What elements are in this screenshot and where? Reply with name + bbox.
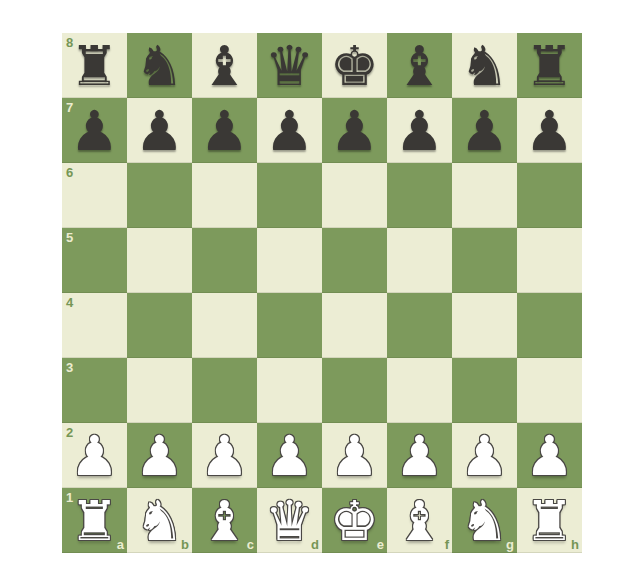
white-king[interactable]: ♚ bbox=[322, 488, 387, 553]
white-rook[interactable]: ♜ bbox=[62, 488, 127, 553]
rank-label-4: 4 bbox=[66, 295, 73, 310]
square-g6[interactable] bbox=[452, 163, 517, 228]
square-b3[interactable] bbox=[127, 358, 192, 423]
square-e5[interactable] bbox=[322, 228, 387, 293]
square-b4[interactable] bbox=[127, 293, 192, 358]
square-e4[interactable] bbox=[322, 293, 387, 358]
square-f7[interactable]: ♟ bbox=[387, 98, 452, 163]
square-e3[interactable] bbox=[322, 358, 387, 423]
square-b7[interactable]: ♟ bbox=[127, 98, 192, 163]
black-knight[interactable]: ♞ bbox=[452, 33, 517, 98]
black-pawn[interactable]: ♟ bbox=[322, 98, 387, 163]
square-h2[interactable]: ♟ bbox=[517, 423, 582, 488]
white-knight[interactable]: ♞ bbox=[452, 488, 517, 553]
square-g3[interactable] bbox=[452, 358, 517, 423]
white-pawn[interactable]: ♟ bbox=[62, 423, 127, 488]
square-h5[interactable] bbox=[517, 228, 582, 293]
square-e8[interactable]: ♚ bbox=[322, 33, 387, 98]
rank-label-5: 5 bbox=[66, 230, 73, 245]
square-b2[interactable]: ♟ bbox=[127, 423, 192, 488]
square-g5[interactable] bbox=[452, 228, 517, 293]
square-h4[interactable] bbox=[517, 293, 582, 358]
black-queen[interactable]: ♛ bbox=[257, 33, 322, 98]
square-h3[interactable] bbox=[517, 358, 582, 423]
square-f2[interactable]: ♟ bbox=[387, 423, 452, 488]
square-d3[interactable] bbox=[257, 358, 322, 423]
black-rook[interactable]: ♜ bbox=[62, 33, 127, 98]
white-pawn[interactable]: ♟ bbox=[127, 423, 192, 488]
square-h1[interactable]: h♜ bbox=[517, 488, 582, 553]
black-pawn[interactable]: ♟ bbox=[517, 98, 582, 163]
square-g8[interactable]: ♞ bbox=[452, 33, 517, 98]
square-e2[interactable]: ♟ bbox=[322, 423, 387, 488]
square-a6[interactable]: 6 bbox=[62, 163, 127, 228]
square-c8[interactable]: ♝ bbox=[192, 33, 257, 98]
square-a4[interactable]: 4 bbox=[62, 293, 127, 358]
square-b8[interactable]: ♞ bbox=[127, 33, 192, 98]
square-h6[interactable] bbox=[517, 163, 582, 228]
square-b6[interactable] bbox=[127, 163, 192, 228]
square-e7[interactable]: ♟ bbox=[322, 98, 387, 163]
white-knight[interactable]: ♞ bbox=[127, 488, 192, 553]
square-g4[interactable] bbox=[452, 293, 517, 358]
square-d6[interactable] bbox=[257, 163, 322, 228]
chess-board[interactable]: 8♜♞♝♛♚♝♞♜7♟♟♟♟♟♟♟♟65432♟♟♟♟♟♟♟♟1a♜b♞c♝d♛… bbox=[62, 33, 582, 553]
white-rook[interactable]: ♜ bbox=[517, 488, 582, 553]
white-bishop[interactable]: ♝ bbox=[387, 488, 452, 553]
square-d5[interactable] bbox=[257, 228, 322, 293]
square-g7[interactable]: ♟ bbox=[452, 98, 517, 163]
black-pawn[interactable]: ♟ bbox=[127, 98, 192, 163]
white-queen[interactable]: ♛ bbox=[257, 488, 322, 553]
square-f6[interactable] bbox=[387, 163, 452, 228]
square-f5[interactable] bbox=[387, 228, 452, 293]
rank-label-6: 6 bbox=[66, 165, 73, 180]
black-bishop[interactable]: ♝ bbox=[387, 33, 452, 98]
square-e6[interactable] bbox=[322, 163, 387, 228]
white-pawn[interactable]: ♟ bbox=[387, 423, 452, 488]
white-pawn[interactable]: ♟ bbox=[322, 423, 387, 488]
white-bishop[interactable]: ♝ bbox=[192, 488, 257, 553]
square-d8[interactable]: ♛ bbox=[257, 33, 322, 98]
black-pawn[interactable]: ♟ bbox=[62, 98, 127, 163]
white-pawn[interactable]: ♟ bbox=[452, 423, 517, 488]
square-c5[interactable] bbox=[192, 228, 257, 293]
black-rook[interactable]: ♜ bbox=[517, 33, 582, 98]
square-c2[interactable]: ♟ bbox=[192, 423, 257, 488]
square-c7[interactable]: ♟ bbox=[192, 98, 257, 163]
square-d4[interactable] bbox=[257, 293, 322, 358]
square-a2[interactable]: 2♟ bbox=[62, 423, 127, 488]
square-h7[interactable]: ♟ bbox=[517, 98, 582, 163]
black-pawn[interactable]: ♟ bbox=[452, 98, 517, 163]
square-d1[interactable]: d♛ bbox=[257, 488, 322, 553]
square-g1[interactable]: g♞ bbox=[452, 488, 517, 553]
square-a3[interactable]: 3 bbox=[62, 358, 127, 423]
square-c6[interactable] bbox=[192, 163, 257, 228]
black-pawn[interactable]: ♟ bbox=[387, 98, 452, 163]
square-c3[interactable] bbox=[192, 358, 257, 423]
square-a7[interactable]: 7♟ bbox=[62, 98, 127, 163]
square-d2[interactable]: ♟ bbox=[257, 423, 322, 488]
square-h8[interactable]: ♜ bbox=[517, 33, 582, 98]
square-a8[interactable]: 8♜ bbox=[62, 33, 127, 98]
square-d7[interactable]: ♟ bbox=[257, 98, 322, 163]
square-a5[interactable]: 5 bbox=[62, 228, 127, 293]
black-bishop[interactable]: ♝ bbox=[192, 33, 257, 98]
square-f8[interactable]: ♝ bbox=[387, 33, 452, 98]
rank-label-3: 3 bbox=[66, 360, 73, 375]
square-a1[interactable]: 1a♜ bbox=[62, 488, 127, 553]
square-f4[interactable] bbox=[387, 293, 452, 358]
square-f3[interactable] bbox=[387, 358, 452, 423]
square-b1[interactable]: b♞ bbox=[127, 488, 192, 553]
square-e1[interactable]: e♚ bbox=[322, 488, 387, 553]
page-background: 8♜♞♝♛♚♝♞♜7♟♟♟♟♟♟♟♟65432♟♟♟♟♟♟♟♟1a♜b♞c♝d♛… bbox=[0, 0, 634, 578]
black-knight[interactable]: ♞ bbox=[127, 33, 192, 98]
black-king[interactable]: ♚ bbox=[322, 33, 387, 98]
square-b5[interactable] bbox=[127, 228, 192, 293]
white-pawn[interactable]: ♟ bbox=[257, 423, 322, 488]
square-c4[interactable] bbox=[192, 293, 257, 358]
square-f1[interactable]: f♝ bbox=[387, 488, 452, 553]
white-pawn[interactable]: ♟ bbox=[517, 423, 582, 488]
square-c1[interactable]: c♝ bbox=[192, 488, 257, 553]
black-pawn[interactable]: ♟ bbox=[257, 98, 322, 163]
white-pawn[interactable]: ♟ bbox=[192, 423, 257, 488]
square-g2[interactable]: ♟ bbox=[452, 423, 517, 488]
black-pawn[interactable]: ♟ bbox=[192, 98, 257, 163]
